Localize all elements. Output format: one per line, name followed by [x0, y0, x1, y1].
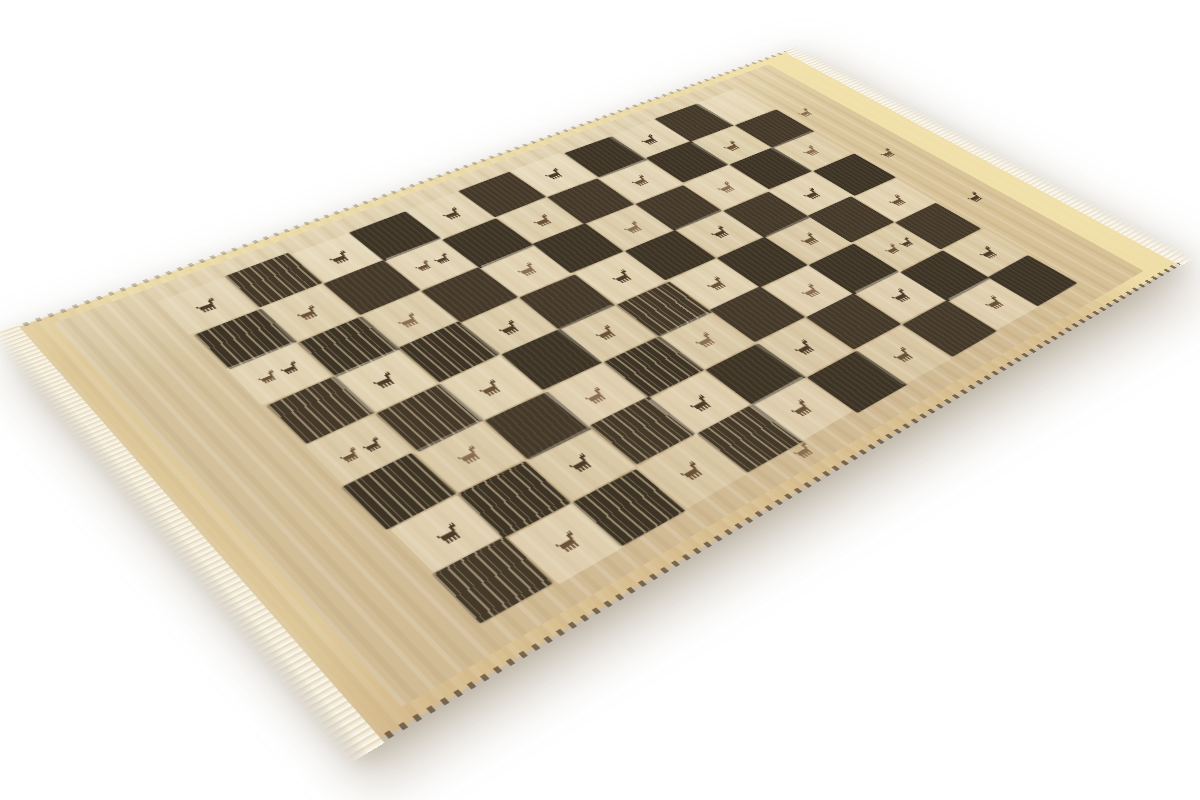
checkerboard — [159, 88, 1079, 624]
animal-motif-icon — [528, 213, 558, 228]
animal-motif-icon — [885, 287, 915, 304]
animal-motif-icon — [473, 378, 508, 399]
photo-background — [0, 0, 1200, 800]
animal-motif-icon — [512, 261, 543, 278]
animal-motif-icon — [797, 144, 823, 157]
animal-motif-icon — [683, 393, 717, 414]
animal-motif-icon — [875, 147, 899, 159]
animal-motif-icon — [673, 459, 709, 483]
animal-motif-icon — [292, 304, 325, 323]
animal-motif-icon — [275, 360, 304, 377]
animal-motif-icon — [607, 268, 638, 285]
animal-motif-icon — [887, 345, 919, 364]
animal-motif-icon — [793, 107, 816, 118]
gabbeh-rug — [18, 52, 1178, 740]
animal-motif-icon — [701, 275, 732, 292]
animal-motif-icon — [883, 193, 910, 207]
animal-motif-icon — [962, 191, 987, 204]
animal-motif-icon — [190, 296, 223, 314]
animal-motif-icon — [705, 224, 734, 239]
animal-motif-icon — [718, 140, 745, 153]
animal-motif-icon — [589, 323, 621, 342]
animal-motif-icon — [562, 451, 598, 474]
animal-motif-icon — [626, 174, 654, 188]
animal-motif-icon — [973, 245, 1001, 261]
animal-motif-icon — [367, 370, 402, 391]
animal-motif-icon — [578, 385, 612, 406]
animal-motif-icon — [784, 398, 818, 419]
animal-motif-icon — [324, 249, 356, 266]
animal-motif-icon — [798, 187, 826, 201]
animal-motif-icon — [392, 311, 425, 330]
animal-motif-icon — [437, 206, 467, 221]
animal-motif-icon — [689, 331, 721, 350]
animal-motif-icon — [979, 294, 1009, 311]
animal-motif-icon — [636, 133, 663, 146]
animal-motif-icon — [253, 368, 282, 385]
animal-motif-icon — [788, 338, 820, 357]
animal-motif-icon — [493, 318, 526, 337]
animal-motif-icon — [548, 529, 587, 555]
animal-motif-icon — [795, 282, 825, 299]
animal-motif-icon — [540, 167, 568, 181]
animal-motif-icon — [451, 443, 488, 466]
animal-motif-icon — [430, 520, 469, 546]
animal-motif-icon — [712, 180, 740, 194]
rug-photo-scene — [0, 0, 1200, 800]
animal-motif-icon — [795, 231, 824, 247]
animal-motif-icon — [618, 220, 647, 235]
